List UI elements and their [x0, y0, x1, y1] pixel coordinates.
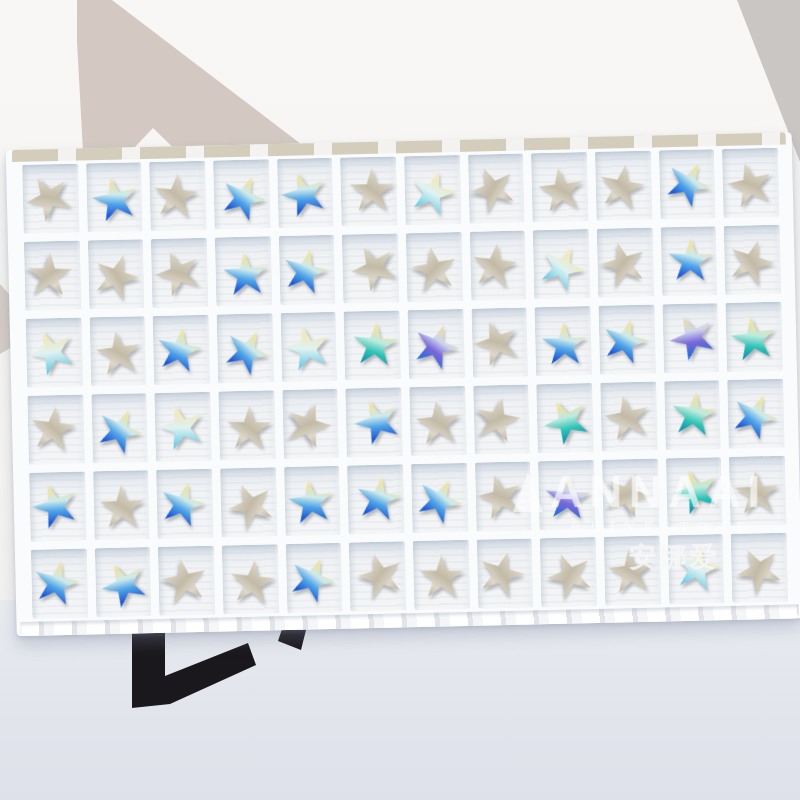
star-rhinestone-silver: ★	[154, 546, 216, 613]
star-rhinestone-silver: ★	[224, 550, 282, 613]
tray-cell-r1c2: ★	[86, 162, 143, 232]
star-rhinestone-crystal-ab: ★	[349, 465, 409, 530]
star-rhinestone-silver: ★	[409, 391, 466, 454]
star-rhinestone-silver: ★	[458, 151, 529, 225]
tray-cell-r6c5: ★	[285, 543, 342, 613]
tray-cell-r2c4: ★	[215, 236, 272, 306]
star-rhinestone-crystal-ab: ★	[149, 316, 210, 382]
star-rhinestone-silver: ★	[345, 160, 398, 219]
star-rhinestone-crystal-ab: ★	[276, 313, 340, 381]
tray-cell-r5c6: ★	[347, 464, 404, 534]
star-rhinestone-crystal-ab: ★	[593, 305, 658, 374]
tray-cell-r5c9: ★	[538, 460, 595, 530]
tray-cell-r3c12: ★	[726, 302, 783, 372]
star-rhinestone-crystal-ab: ★	[148, 391, 214, 461]
tray-cell-r4c1: ★	[27, 395, 84, 465]
star-rhinestone-crystal-ab: ★	[723, 305, 783, 370]
star-rhinestone-crystal-ab: ★	[87, 545, 160, 621]
tray-cell-r2c6: ★	[342, 233, 399, 303]
tray-cell-r1c10: ★	[595, 151, 652, 221]
star-rhinestone-crystal-ab: ★	[21, 469, 89, 541]
tray-cell-r1c12: ★	[722, 148, 779, 218]
tray-cell-r4c6: ★	[346, 387, 403, 457]
star-rhinestone-silver: ★	[590, 228, 656, 298]
tray-cell-r5c3: ★	[156, 469, 213, 539]
tray-cell-r3c4: ★	[217, 313, 274, 383]
tray-cell-r3c9: ★	[535, 306, 592, 376]
tray-cell-r4c4: ★	[218, 390, 275, 460]
star-rhinestone-silver: ★	[531, 157, 590, 221]
star-rhinestone-crystal-ab: ★	[150, 468, 215, 537]
tray-cell-r1c7: ★	[404, 155, 461, 225]
tray-cell-r5c1: ★	[29, 472, 86, 542]
star-rhinestone-crystal-ab: ★	[667, 534, 729, 601]
tray-cell-r1c6: ★	[340, 156, 397, 226]
star-rhinestone-silver: ★	[24, 396, 82, 460]
tray-cell-r1c11: ★	[659, 149, 716, 219]
star-rhinestone-silver: ★	[534, 537, 605, 611]
tray-cell-r5c7: ★	[411, 463, 468, 533]
tray-cell-r3c7: ★	[408, 309, 465, 379]
star-rhinestone-crystal-ab: ★	[404, 462, 476, 537]
tray-cell-r6c9: ★	[540, 537, 597, 607]
tray-cell-r2c5: ★	[278, 235, 335, 305]
tray-cell-r2c7: ★	[406, 232, 463, 302]
tray-cell-r3c6: ★	[344, 310, 401, 380]
tray-cell-r3c8: ★	[471, 307, 528, 377]
tray-cell-r2c12: ★	[724, 225, 781, 295]
star-rhinestone-silver: ★	[722, 531, 796, 607]
star-rhinestone-crystal-ab: ★	[342, 384, 412, 457]
star-rhinestone-silver: ★	[718, 150, 782, 218]
star-rhinestone-silver: ★	[347, 539, 414, 610]
star-rhinestone-silver: ★	[718, 225, 785, 296]
star-rhinestone-crystal-ab: ★	[84, 164, 147, 232]
tray-cell-r2c1: ★	[24, 241, 81, 311]
tray-cell-r4c10: ★	[600, 382, 657, 452]
star-rhinestone-crystal-ab: ★	[666, 382, 724, 445]
tray-cell-r5c10: ★	[602, 459, 659, 529]
star-rhinestone-silver: ★	[591, 153, 652, 219]
tray-cell-r4c11: ★	[664, 380, 721, 450]
tray-cell-r6c7: ★	[413, 540, 470, 610]
star-rhinestone-crystal-ab: ★	[25, 548, 88, 615]
tray-cell-r3c10: ★	[598, 305, 655, 375]
product-photo-rhinestone-tray: { "scene": { "description": "Overhead pr…	[0, 0, 800, 800]
star-rhinestone-silver: ★	[468, 461, 533, 530]
star-rhinestone-silver: ★	[148, 164, 205, 226]
tray-cell-r6c3: ★	[158, 546, 215, 616]
star-rhinestone-crystal-ab: ★	[653, 145, 726, 220]
star-rhinestone-silver: ★	[89, 320, 148, 384]
tray-cell-r2c9: ★	[533, 229, 590, 299]
tray-cell-r3c1: ★	[26, 318, 83, 388]
tray-cell-r6c10: ★	[604, 536, 661, 606]
star-rhinestone-crystal-ab: ★	[211, 313, 284, 388]
star-rhinestone-silver: ★	[415, 547, 467, 605]
star-rhinestone-silver: ★	[215, 467, 287, 542]
tray-cell-r5c12: ★	[729, 456, 786, 526]
star-rhinestone-crystal-ab: ★	[662, 454, 731, 526]
star-rhinestone-silver: ★	[95, 476, 149, 536]
tray-cell-r5c8: ★	[475, 461, 532, 531]
tray-cell-r6c1: ★	[31, 549, 88, 619]
tray-cell-r6c2: ★	[94, 547, 151, 617]
star-rhinestone-silver: ★	[337, 229, 410, 304]
tray-cell-r5c4: ★	[220, 467, 277, 537]
star-rhinestone-silver: ★	[729, 461, 784, 522]
tray-cell-r4c2: ★	[91, 393, 148, 463]
star-rhinestone-silver: ★	[11, 159, 85, 235]
tray-cell-r3c5: ★	[280, 312, 337, 382]
star-rhinestone-crystal-ab: ★	[271, 157, 339, 228]
tray-cell-r5c11: ★	[666, 457, 723, 527]
tray-cell-r5c5: ★	[284, 466, 341, 536]
tray-cell-r1c8: ★	[468, 153, 525, 223]
tray-cell-r3c3: ★	[153, 315, 210, 385]
tray-cell-r3c2: ★	[89, 316, 146, 386]
star-rhinestone-silver: ★	[469, 537, 535, 607]
tray-cell-r6c11: ★	[667, 534, 724, 604]
tray-cell-r2c11: ★	[660, 226, 717, 296]
tray-cell-r3c11: ★	[662, 303, 719, 373]
star-rhinestone-silver: ★	[143, 235, 213, 308]
star-rhinestone-silver: ★	[596, 383, 658, 450]
star-rhinestone-silver: ★	[594, 458, 663, 530]
star-rhinestone-crystal-ab: ★	[278, 541, 348, 615]
star-rhinestone-crystal-ab: ★	[281, 468, 341, 533]
star-rhinestone-silver: ★	[467, 385, 530, 452]
star-rhinestone-crystal-ab: ★	[665, 230, 718, 289]
tray-cell-r1c5: ★	[277, 158, 334, 228]
star-rhinestone-crystal-ab: ★	[537, 313, 591, 373]
tray-cell-r1c1: ★	[22, 164, 79, 234]
star-rhinestone-silver: ★	[466, 233, 524, 297]
star-rhinestone-silver: ★	[23, 244, 77, 304]
rhinestone-tray: ★★★★★★★★★★★★★★★★★★★★★★★★★★★★★★★★★★★★★★★★…	[6, 132, 800, 636]
star-rhinestone-crystal-ab: ★	[541, 467, 596, 527]
tray-cell-r6c4: ★	[222, 544, 279, 614]
star-rhinestone-crystal-ab: ★	[720, 378, 790, 452]
star-rhinestone-crystal-ab: ★	[527, 229, 598, 303]
star-rhinestone-crystal-ab: ★	[274, 236, 337, 304]
tray-cell-r2c3: ★	[151, 238, 208, 308]
star-rhinestone-crystal-ab: ★	[657, 299, 729, 374]
star-rhinestone-silver: ★	[463, 306, 531, 378]
tray-cell-r6c6: ★	[349, 541, 406, 611]
star-rhinestone-crystal-ab: ★	[85, 392, 156, 466]
star-rhinestone-crystal-ab: ★	[348, 313, 404, 374]
tray-cell-r1c9: ★	[531, 152, 588, 222]
tray-cell-r2c10: ★	[597, 228, 654, 298]
tray-cell-r5c2: ★	[93, 470, 150, 540]
star-rhinestone-crystal-ab: ★	[530, 382, 603, 458]
star-rhinestone-crystal-ab: ★	[16, 314, 87, 388]
tray-cell-r4c5: ★	[282, 389, 339, 459]
tray-grid: ★★★★★★★★★★★★★★★★★★★★★★★★★★★★★★★★★★★★★★★★…	[6, 144, 800, 622]
star-rhinestone-crystal-ab: ★	[217, 242, 273, 304]
tray-cell-r6c12: ★	[731, 533, 788, 603]
tray-cell-r2c8: ★	[469, 230, 526, 300]
star-rhinestone-silver: ★	[601, 539, 659, 602]
star-rhinestone-silver: ★	[223, 398, 276, 457]
star-rhinestone-silver: ★	[276, 388, 343, 459]
tray-cell-r4c3: ★	[155, 392, 212, 462]
tray-cell-r4c12: ★	[728, 379, 785, 449]
tray-cell-r2c2: ★	[87, 239, 144, 309]
tray-cell-r4c7: ★	[409, 386, 466, 456]
tray-cell-r6c8: ★	[476, 538, 533, 608]
tray-cell-r1c4: ★	[213, 159, 270, 229]
tray-cell-r4c9: ★	[537, 383, 594, 453]
star-rhinestone-silver: ★	[404, 235, 466, 301]
tray-cell-r4c8: ★	[473, 384, 530, 454]
tray-cell-r1c3: ★	[149, 161, 206, 231]
